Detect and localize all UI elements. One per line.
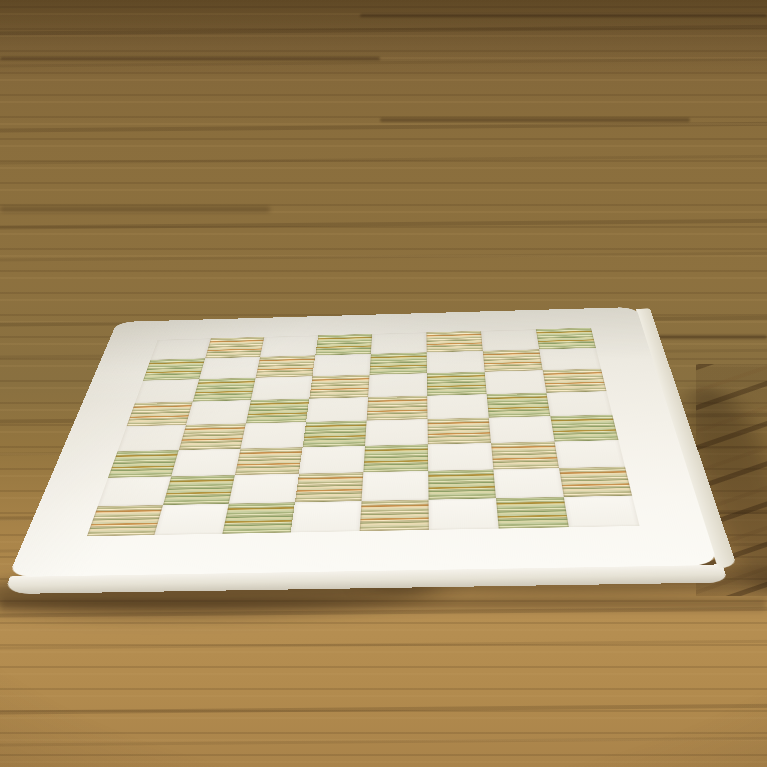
square-b1[interactable] (154, 503, 228, 535)
square-c1[interactable] (222, 502, 295, 534)
photo-scene (0, 0, 767, 767)
square-g8[interactable] (481, 329, 539, 350)
square-a4[interactable] (118, 425, 187, 451)
wood-plank-seam (0, 57, 380, 60)
square-f6[interactable] (427, 372, 487, 396)
square-f2[interactable] (428, 469, 496, 499)
square-b3[interactable] (171, 448, 240, 476)
wood-plank-seam (380, 118, 690, 122)
board-grid (87, 328, 640, 537)
square-a7[interactable] (143, 358, 205, 380)
square-c2[interactable] (229, 474, 299, 504)
square-b2[interactable] (163, 475, 235, 505)
square-d1[interactable] (291, 501, 362, 533)
square-g1[interactable] (496, 497, 569, 529)
square-d6[interactable] (309, 375, 369, 399)
square-e1[interactable] (360, 499, 429, 531)
square-h3[interactable] (555, 440, 625, 468)
square-f3[interactable] (428, 443, 494, 471)
square-b5[interactable] (186, 400, 251, 425)
wood-plank-seam (360, 14, 767, 17)
square-f5[interactable] (427, 394, 489, 419)
square-b4[interactable] (179, 423, 246, 449)
square-h2[interactable] (559, 467, 632, 497)
square-c4[interactable] (241, 422, 307, 448)
square-e8[interactable] (371, 332, 427, 353)
square-a3[interactable] (108, 450, 179, 478)
square-f7[interactable] (427, 351, 485, 374)
square-c8[interactable] (260, 335, 318, 356)
square-h6[interactable] (543, 369, 607, 393)
square-h5[interactable] (546, 391, 612, 416)
square-b6[interactable] (193, 378, 256, 402)
square-e2[interactable] (362, 471, 429, 501)
square-d7[interactable] (312, 354, 370, 376)
square-e7[interactable] (370, 352, 427, 375)
square-a6[interactable] (135, 379, 199, 403)
square-g2[interactable] (493, 468, 563, 498)
square-f8[interactable] (426, 331, 482, 352)
square-g3[interactable] (491, 441, 559, 469)
square-d4[interactable] (303, 421, 367, 447)
square-h7[interactable] (539, 348, 601, 371)
square-c5[interactable] (246, 398, 309, 423)
square-h1[interactable] (564, 495, 640, 527)
square-a2[interactable] (98, 476, 171, 506)
square-c6[interactable] (251, 376, 313, 400)
square-g7[interactable] (483, 349, 543, 372)
square-e3[interactable] (363, 444, 428, 472)
square-h8[interactable] (536, 328, 596, 349)
wood-plank-seam (0, 207, 270, 212)
square-f1[interactable] (429, 498, 499, 530)
square-f4[interactable] (428, 418, 491, 445)
square-e4[interactable] (365, 419, 428, 446)
square-d2[interactable] (295, 472, 363, 502)
square-d3[interactable] (299, 446, 365, 474)
square-a8[interactable] (151, 338, 211, 359)
square-c3[interactable] (235, 447, 303, 475)
square-g4[interactable] (489, 416, 555, 443)
square-a5[interactable] (127, 401, 193, 426)
board-surface (8, 307, 718, 577)
square-d8[interactable] (315, 334, 372, 355)
square-e6[interactable] (368, 373, 427, 397)
square-b8[interactable] (205, 337, 264, 358)
square-c7[interactable] (256, 355, 316, 377)
chess-board (8, 307, 718, 577)
square-d5[interactable] (306, 397, 368, 422)
square-e5[interactable] (367, 395, 428, 420)
square-b7[interactable] (199, 357, 260, 379)
square-h4[interactable] (550, 415, 618, 442)
square-g6[interactable] (485, 370, 547, 394)
square-g5[interactable] (487, 392, 551, 417)
square-a1[interactable] (87, 505, 163, 537)
